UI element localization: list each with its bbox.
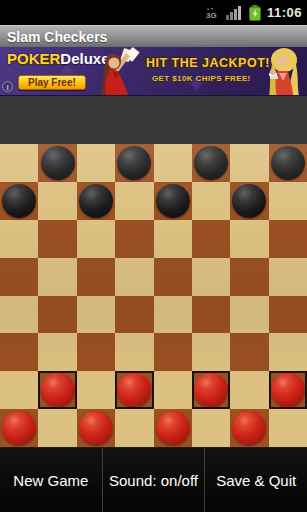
app-screen: 3G 11:06 Slam Checkers ♠ ♦ POKERDeluxe P… — [0, 0, 307, 512]
board-square-5-1[interactable] — [38, 333, 76, 371]
board-square-0-2[interactable] — [77, 144, 115, 182]
play-free-button[interactable]: Play Free! — [18, 75, 86, 90]
ad-subheadline: GET $10K CHIPS FREE! — [152, 74, 251, 83]
bottom-menu-bar: New Game Sound: on/off Save & Quit — [0, 447, 307, 512]
board-square-3-0[interactable] — [0, 258, 38, 296]
red-checker-piece[interactable] — [232, 411, 266, 445]
mobile-data-3g-icon: 3G — [206, 6, 220, 20]
board-square-2-5[interactable] — [192, 220, 230, 258]
board-square-3-2[interactable] — [77, 258, 115, 296]
board-square-6-6[interactable] — [230, 371, 268, 409]
board-square-3-5[interactable] — [192, 258, 230, 296]
board-square-5-3[interactable] — [115, 333, 153, 371]
black-checker-piece[interactable] — [117, 146, 151, 180]
page-title: Slam Checkers — [7, 29, 107, 45]
board-square-2-6[interactable] — [230, 220, 268, 258]
black-checker-piece[interactable] — [194, 146, 228, 180]
board-square-2-4[interactable] — [154, 220, 192, 258]
red-checker-piece[interactable] — [117, 373, 151, 407]
board-square-0-4[interactable] — [154, 144, 192, 182]
board-square-3-4[interactable] — [154, 258, 192, 296]
board-square-7-2[interactable] — [77, 409, 115, 447]
board-square-0-6[interactable] — [230, 144, 268, 182]
red-checker-piece[interactable] — [156, 411, 190, 445]
red-checker-piece[interactable] — [271, 373, 305, 407]
board-square-5-5[interactable] — [192, 333, 230, 371]
board-square-7-6[interactable] — [230, 409, 268, 447]
red-checker-piece[interactable] — [41, 373, 75, 407]
board-square-5-0[interactable] — [0, 333, 38, 371]
board-square-7-0[interactable] — [0, 409, 38, 447]
ad-brand-poker: POKER — [7, 50, 60, 67]
board-square-1-1[interactable] — [38, 182, 76, 220]
board-square-6-7[interactable] — [269, 371, 307, 409]
ad-info-icon[interactable]: i — [2, 81, 13, 92]
status-bar: 3G 11:06 — [0, 0, 307, 25]
board-square-3-6[interactable] — [230, 258, 268, 296]
black-checker-piece[interactable] — [79, 184, 113, 218]
status-clock: 11:06 — [267, 5, 302, 20]
board-square-4-1[interactable] — [38, 296, 76, 334]
board-square-1-6[interactable] — [230, 182, 268, 220]
board-square-1-4[interactable] — [154, 182, 192, 220]
board-square-2-3[interactable] — [115, 220, 153, 258]
board-square-0-1[interactable] — [38, 144, 76, 182]
board-square-7-1[interactable] — [38, 409, 76, 447]
board-square-6-5[interactable] — [192, 371, 230, 409]
title-bar: Slam Checkers — [0, 25, 307, 47]
black-checker-piece[interactable] — [41, 146, 75, 180]
board-square-3-3[interactable] — [115, 258, 153, 296]
board-square-0-7[interactable] — [269, 144, 307, 182]
ad-headline: HIT THE JACKPOT! — [146, 56, 270, 70]
board-square-3-7[interactable] — [269, 258, 307, 296]
board-square-6-1[interactable] — [38, 371, 76, 409]
board-square-4-4[interactable] — [154, 296, 192, 334]
board-square-5-4[interactable] — [154, 333, 192, 371]
red-checker-piece[interactable] — [194, 373, 228, 407]
board-square-6-3[interactable] — [115, 371, 153, 409]
board-square-1-2[interactable] — [77, 182, 115, 220]
ad-brand-logo: POKERDeluxe — [7, 50, 110, 67]
board-square-2-7[interactable] — [269, 220, 307, 258]
board-square-4-6[interactable] — [230, 296, 268, 334]
board-square-2-0[interactable] — [0, 220, 38, 258]
new-game-button[interactable]: New Game — [0, 448, 102, 512]
board-square-0-0[interactable] — [0, 144, 38, 182]
board-square-1-5[interactable] — [192, 182, 230, 220]
board-square-4-5[interactable] — [192, 296, 230, 334]
board-square-2-1[interactable] — [38, 220, 76, 258]
board-square-2-2[interactable] — [77, 220, 115, 258]
ad-brand-deluxe: Deluxe — [60, 50, 109, 67]
save-quit-button[interactable]: Save & Quit — [204, 448, 307, 512]
board-square-6-4[interactable] — [154, 371, 192, 409]
board-square-4-3[interactable] — [115, 296, 153, 334]
board-square-1-3[interactable] — [115, 182, 153, 220]
battery-charging-icon — [249, 5, 261, 21]
red-checker-piece[interactable] — [79, 411, 113, 445]
board-square-3-1[interactable] — [38, 258, 76, 296]
board-backdrop — [0, 96, 307, 144]
checkers-board — [0, 144, 307, 447]
board-square-7-5[interactable] — [192, 409, 230, 447]
banner-model-right — [257, 47, 307, 96]
ad-banner[interactable]: ♠ ♦ POKERDeluxe Play Free! HIT — [0, 47, 307, 96]
board-square-1-0[interactable] — [0, 182, 38, 220]
board-square-6-0[interactable] — [0, 371, 38, 409]
board-square-1-7[interactable] — [269, 182, 307, 220]
board-square-7-4[interactable] — [154, 409, 192, 447]
board-square-5-7[interactable] — [269, 333, 307, 371]
board-square-5-2[interactable] — [77, 333, 115, 371]
red-checker-piece[interactable] — [2, 411, 36, 445]
black-checker-piece[interactable] — [232, 184, 266, 218]
board-square-0-5[interactable] — [192, 144, 230, 182]
board-square-4-0[interactable] — [0, 296, 38, 334]
board-square-0-3[interactable] — [115, 144, 153, 182]
board-square-4-7[interactable] — [269, 296, 307, 334]
black-checker-piece[interactable] — [271, 146, 305, 180]
board-square-7-7[interactable] — [269, 409, 307, 447]
black-checker-piece[interactable] — [2, 184, 36, 218]
svg-text:3G: 3G — [206, 11, 217, 20]
sound-toggle-button[interactable]: Sound: on/off — [102, 448, 205, 512]
board-square-6-2[interactable] — [77, 371, 115, 409]
black-checker-piece[interactable] — [156, 184, 190, 218]
signal-strength-icon — [226, 6, 243, 20]
board-square-4-2[interactable] — [77, 296, 115, 334]
board-square-5-6[interactable] — [230, 333, 268, 371]
board-square-7-3[interactable] — [115, 409, 153, 447]
